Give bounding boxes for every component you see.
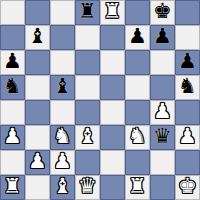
square-f8[interactable] bbox=[125, 0, 150, 25]
square-e1[interactable] bbox=[100, 175, 125, 200]
black-pawn-icon: ♟ bbox=[3, 49, 22, 74]
square-f6[interactable] bbox=[125, 50, 150, 75]
black-knight-icon: ♞ bbox=[178, 74, 197, 99]
square-f3[interactable]: ♞ bbox=[125, 125, 150, 150]
black-pawn-icon: ♟ bbox=[153, 24, 172, 49]
square-b6[interactable] bbox=[25, 50, 50, 75]
square-a7[interactable] bbox=[0, 25, 25, 50]
chess-board: ♜♜♚♝♟♟♟♟♞♝♞♟♟♞♝♞♛♟♟♟♜♝♛♜♚ bbox=[0, 0, 200, 200]
black-pawn-icon: ♟ bbox=[178, 49, 197, 74]
square-e8[interactable]: ♜ bbox=[100, 0, 125, 25]
square-c8[interactable] bbox=[50, 0, 75, 25]
square-b7[interactable]: ♝ bbox=[25, 25, 50, 50]
square-d7[interactable] bbox=[75, 25, 100, 50]
white-pawn-icon: ♟ bbox=[53, 149, 72, 174]
square-d4[interactable] bbox=[75, 100, 100, 125]
square-c6[interactable] bbox=[50, 50, 75, 75]
chess-board-container: ♜♜♚♝♟♟♟♟♞♝♞♟♟♞♝♞♛♟♟♟♜♝♛♜♚ bbox=[0, 0, 200, 200]
square-h3[interactable]: ♟ bbox=[175, 125, 200, 150]
white-knight-icon: ♞ bbox=[128, 124, 147, 149]
square-c3[interactable]: ♞ bbox=[50, 125, 75, 150]
square-f1[interactable]: ♜ bbox=[125, 175, 150, 200]
square-d3[interactable]: ♝ bbox=[75, 125, 100, 150]
square-b5[interactable] bbox=[25, 75, 50, 100]
square-h1[interactable]: ♚ bbox=[175, 175, 200, 200]
square-c5[interactable]: ♝ bbox=[50, 75, 75, 100]
square-f5[interactable] bbox=[125, 75, 150, 100]
white-bishop-icon: ♝ bbox=[53, 174, 72, 199]
square-d5[interactable] bbox=[75, 75, 100, 100]
square-e5[interactable] bbox=[100, 75, 125, 100]
square-a4[interactable] bbox=[0, 100, 25, 125]
square-e3[interactable] bbox=[100, 125, 125, 150]
square-f4[interactable] bbox=[125, 100, 150, 125]
square-h6[interactable]: ♟ bbox=[175, 50, 200, 75]
square-g8[interactable]: ♚ bbox=[150, 0, 175, 25]
white-rook-icon: ♜ bbox=[128, 174, 147, 199]
square-c7[interactable] bbox=[50, 25, 75, 50]
square-b8[interactable] bbox=[25, 0, 50, 25]
square-b1[interactable] bbox=[25, 175, 50, 200]
square-d2[interactable] bbox=[75, 150, 100, 175]
black-rook-icon: ♜ bbox=[78, 0, 97, 24]
square-e6[interactable] bbox=[100, 50, 125, 75]
square-b2[interactable]: ♟ bbox=[25, 150, 50, 175]
square-e7[interactable] bbox=[100, 25, 125, 50]
square-d6[interactable] bbox=[75, 50, 100, 75]
black-king-icon: ♚ bbox=[153, 0, 172, 24]
square-b3[interactable] bbox=[25, 125, 50, 150]
square-c1[interactable]: ♝ bbox=[50, 175, 75, 200]
black-pawn-icon: ♟ bbox=[128, 24, 147, 49]
square-g2[interactable] bbox=[150, 150, 175, 175]
white-pawn-icon: ♟ bbox=[178, 124, 197, 149]
square-g4[interactable]: ♟ bbox=[150, 100, 175, 125]
white-rook-icon: ♜ bbox=[103, 0, 122, 24]
black-bishop-icon: ♝ bbox=[28, 24, 47, 49]
black-queen-icon: ♛ bbox=[153, 124, 172, 149]
square-h8[interactable] bbox=[175, 0, 200, 25]
square-f2[interactable] bbox=[125, 150, 150, 175]
white-pawn-icon: ♟ bbox=[28, 149, 47, 174]
square-a2[interactable] bbox=[0, 150, 25, 175]
white-knight-icon: ♞ bbox=[53, 124, 72, 149]
square-g1[interactable] bbox=[150, 175, 175, 200]
white-pawn-icon: ♟ bbox=[153, 99, 172, 124]
white-rook-icon: ♜ bbox=[3, 174, 22, 199]
square-a1[interactable]: ♜ bbox=[0, 175, 25, 200]
square-h2[interactable] bbox=[175, 150, 200, 175]
square-e4[interactable] bbox=[100, 100, 125, 125]
square-g6[interactable] bbox=[150, 50, 175, 75]
white-pawn-icon: ♟ bbox=[3, 124, 22, 149]
square-g3[interactable]: ♛ bbox=[150, 125, 175, 150]
white-king-icon: ♚ bbox=[178, 174, 197, 199]
white-queen-icon: ♛ bbox=[78, 174, 97, 199]
black-bishop-icon: ♝ bbox=[53, 74, 72, 99]
square-a3[interactable]: ♟ bbox=[0, 125, 25, 150]
square-g5[interactable] bbox=[150, 75, 175, 100]
square-a8[interactable] bbox=[0, 0, 25, 25]
black-knight-icon: ♞ bbox=[3, 74, 22, 99]
square-a6[interactable]: ♟ bbox=[0, 50, 25, 75]
square-c2[interactable]: ♟ bbox=[50, 150, 75, 175]
square-e2[interactable] bbox=[100, 150, 125, 175]
white-bishop-icon: ♝ bbox=[78, 124, 97, 149]
square-h7[interactable] bbox=[175, 25, 200, 50]
square-a5[interactable]: ♞ bbox=[0, 75, 25, 100]
square-d8[interactable]: ♜ bbox=[75, 0, 100, 25]
square-h4[interactable] bbox=[175, 100, 200, 125]
square-g7[interactable]: ♟ bbox=[150, 25, 175, 50]
square-d1[interactable]: ♛ bbox=[75, 175, 100, 200]
square-h5[interactable]: ♞ bbox=[175, 75, 200, 100]
square-b4[interactable] bbox=[25, 100, 50, 125]
square-f7[interactable]: ♟ bbox=[125, 25, 150, 50]
square-c4[interactable] bbox=[50, 100, 75, 125]
